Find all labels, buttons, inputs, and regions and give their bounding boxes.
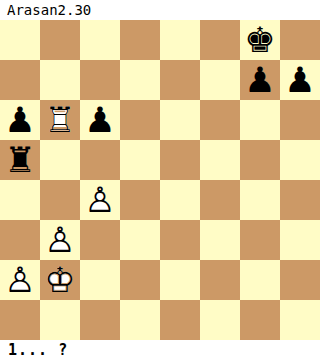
square-b4[interactable] — [40, 180, 80, 220]
square-f1[interactable] — [200, 300, 240, 340]
square-b1[interactable] — [40, 300, 80, 340]
square-g1[interactable] — [240, 300, 280, 340]
black-pawn[interactable]: ♟ — [84, 100, 115, 140]
square-c2[interactable] — [80, 260, 120, 300]
square-a6[interactable]: ♟ — [0, 100, 40, 140]
square-d4[interactable] — [120, 180, 160, 220]
square-g8[interactable]: ♚ — [240, 20, 280, 60]
square-d2[interactable] — [120, 260, 160, 300]
square-e7[interactable] — [160, 60, 200, 100]
square-d1[interactable] — [120, 300, 160, 340]
square-a4[interactable] — [0, 180, 40, 220]
square-a5[interactable]: ♜ — [0, 140, 40, 180]
white-pawn[interactable]: ♟♙ — [44, 220, 75, 260]
square-e5[interactable] — [160, 140, 200, 180]
chess-gui-window: Arasan2.30 ♚♟♟♟♜♖♟♜♟♙♟♙♟♙♚♔ 1... ? — [0, 0, 320, 360]
white-rook-outline: ♖ — [44, 100, 75, 140]
square-b5[interactable] — [40, 140, 80, 180]
square-c6[interactable]: ♟ — [80, 100, 120, 140]
square-c7[interactable] — [80, 60, 120, 100]
square-a2[interactable]: ♟♙ — [0, 260, 40, 300]
square-e2[interactable] — [160, 260, 200, 300]
square-g3[interactable] — [240, 220, 280, 260]
chess-board: ♚♟♟♟♜♖♟♜♟♙♟♙♟♙♚♔ — [0, 20, 320, 340]
move-prompt: 1... ? — [0, 340, 320, 360]
white-king-outline: ♔ — [44, 260, 75, 300]
square-d5[interactable] — [120, 140, 160, 180]
square-e8[interactable] — [160, 20, 200, 60]
square-c8[interactable] — [80, 20, 120, 60]
white-pawn[interactable]: ♟♙ — [4, 260, 35, 300]
square-a1[interactable] — [0, 300, 40, 340]
black-pawn[interactable]: ♟ — [244, 60, 275, 100]
square-g7[interactable]: ♟ — [240, 60, 280, 100]
white-pawn-outline: ♙ — [44, 220, 75, 260]
square-f5[interactable] — [200, 140, 240, 180]
square-d6[interactable] — [120, 100, 160, 140]
square-f6[interactable] — [200, 100, 240, 140]
square-b2[interactable]: ♚♔ — [40, 260, 80, 300]
square-h5[interactable] — [280, 140, 320, 180]
square-c4[interactable]: ♟♙ — [80, 180, 120, 220]
square-h6[interactable] — [280, 100, 320, 140]
white-rook[interactable]: ♜♖ — [44, 100, 75, 140]
white-king[interactable]: ♚♔ — [44, 260, 75, 300]
square-g2[interactable] — [240, 260, 280, 300]
square-c1[interactable] — [80, 300, 120, 340]
square-g4[interactable] — [240, 180, 280, 220]
square-b6[interactable]: ♜♖ — [40, 100, 80, 140]
square-h3[interactable] — [280, 220, 320, 260]
square-a7[interactable] — [0, 60, 40, 100]
square-h8[interactable] — [280, 20, 320, 60]
square-g6[interactable] — [240, 100, 280, 140]
square-d8[interactable] — [120, 20, 160, 60]
square-a3[interactable] — [0, 220, 40, 260]
square-e6[interactable] — [160, 100, 200, 140]
square-e3[interactable] — [160, 220, 200, 260]
engine-title: Arasan2.30 — [0, 0, 320, 20]
square-f2[interactable] — [200, 260, 240, 300]
white-pawn-outline: ♙ — [84, 180, 115, 220]
square-b7[interactable] — [40, 60, 80, 100]
square-c3[interactable] — [80, 220, 120, 260]
square-e1[interactable] — [160, 300, 200, 340]
square-f3[interactable] — [200, 220, 240, 260]
square-e4[interactable] — [160, 180, 200, 220]
square-f8[interactable] — [200, 20, 240, 60]
white-pawn-outline: ♙ — [4, 260, 35, 300]
white-pawn[interactable]: ♟♙ — [84, 180, 115, 220]
square-c5[interactable] — [80, 140, 120, 180]
black-king[interactable]: ♚ — [244, 20, 275, 60]
black-rook[interactable]: ♜ — [4, 140, 35, 180]
square-h7[interactable]: ♟ — [280, 60, 320, 100]
square-f4[interactable] — [200, 180, 240, 220]
square-a8[interactable] — [0, 20, 40, 60]
square-h2[interactable] — [280, 260, 320, 300]
square-f7[interactable] — [200, 60, 240, 100]
square-h1[interactable] — [280, 300, 320, 340]
square-b8[interactable] — [40, 20, 80, 60]
square-d7[interactable] — [120, 60, 160, 100]
black-pawn[interactable]: ♟ — [4, 100, 35, 140]
square-g5[interactable] — [240, 140, 280, 180]
square-h4[interactable] — [280, 180, 320, 220]
square-b3[interactable]: ♟♙ — [40, 220, 80, 260]
black-pawn[interactable]: ♟ — [284, 60, 315, 100]
square-d3[interactable] — [120, 220, 160, 260]
